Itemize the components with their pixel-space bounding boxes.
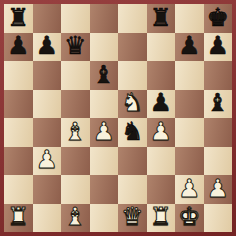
square-h7[interactable]: ♟ bbox=[204, 33, 233, 62]
square-b7[interactable]: ♟ bbox=[33, 33, 62, 62]
square-a4[interactable] bbox=[4, 118, 33, 147]
square-h3[interactable] bbox=[204, 147, 233, 176]
square-c8[interactable] bbox=[61, 4, 90, 33]
square-a3[interactable] bbox=[4, 147, 33, 176]
square-h2[interactable]: ♟ bbox=[204, 175, 233, 204]
square-h8[interactable]: ♚ bbox=[204, 4, 233, 33]
square-f8[interactable]: ♜ bbox=[147, 4, 176, 33]
square-b1[interactable] bbox=[33, 204, 62, 233]
square-d7[interactable] bbox=[90, 33, 119, 62]
square-g8[interactable] bbox=[175, 4, 204, 33]
piece-black-pawn[interactable]: ♟ bbox=[178, 33, 200, 58]
square-h5[interactable]: ♝ bbox=[204, 90, 233, 119]
square-g6[interactable] bbox=[175, 61, 204, 90]
square-b8[interactable] bbox=[33, 4, 62, 33]
piece-white-bishop[interactable]: ♝ bbox=[64, 204, 86, 229]
square-d2[interactable] bbox=[90, 175, 119, 204]
piece-black-bishop[interactable]: ♝ bbox=[93, 62, 115, 87]
square-c2[interactable] bbox=[61, 175, 90, 204]
square-g7[interactable]: ♟ bbox=[175, 33, 204, 62]
piece-black-pawn[interactable]: ♟ bbox=[36, 33, 58, 58]
piece-white-queen[interactable]: ♛ bbox=[121, 204, 143, 229]
square-f2[interactable] bbox=[147, 175, 176, 204]
piece-black-pawn[interactable]: ♟ bbox=[150, 90, 172, 115]
piece-black-pawn[interactable]: ♟ bbox=[7, 33, 29, 58]
square-a2[interactable] bbox=[4, 175, 33, 204]
square-h6[interactable] bbox=[204, 61, 233, 90]
square-a5[interactable] bbox=[4, 90, 33, 119]
square-b2[interactable] bbox=[33, 175, 62, 204]
square-b5[interactable] bbox=[33, 90, 62, 119]
square-f5[interactable]: ♟ bbox=[147, 90, 176, 119]
square-c5[interactable] bbox=[61, 90, 90, 119]
square-d1[interactable] bbox=[90, 204, 119, 233]
piece-white-knight[interactable]: ♞ bbox=[121, 90, 143, 115]
piece-white-pawn[interactable]: ♟ bbox=[93, 119, 115, 144]
square-a6[interactable] bbox=[4, 61, 33, 90]
square-d8[interactable] bbox=[90, 4, 119, 33]
piece-black-knight[interactable]: ♞ bbox=[121, 119, 143, 144]
square-c4[interactable]: ♝ bbox=[61, 118, 90, 147]
square-d4[interactable]: ♟ bbox=[90, 118, 119, 147]
square-c6[interactable] bbox=[61, 61, 90, 90]
square-d3[interactable] bbox=[90, 147, 119, 176]
piece-black-bishop[interactable]: ♝ bbox=[207, 90, 229, 115]
square-e5[interactable]: ♞ bbox=[118, 90, 147, 119]
piece-white-pawn[interactable]: ♟ bbox=[178, 176, 200, 201]
square-e8[interactable] bbox=[118, 4, 147, 33]
square-f4[interactable]: ♟ bbox=[147, 118, 176, 147]
square-a7[interactable]: ♟ bbox=[4, 33, 33, 62]
square-e6[interactable] bbox=[118, 61, 147, 90]
square-g3[interactable] bbox=[175, 147, 204, 176]
square-f1[interactable]: ♜ bbox=[147, 204, 176, 233]
square-a1[interactable]: ♜ bbox=[4, 204, 33, 233]
square-c3[interactable] bbox=[61, 147, 90, 176]
square-h1[interactable] bbox=[204, 204, 233, 233]
square-g4[interactable] bbox=[175, 118, 204, 147]
chess-board: ♜♜♚♟♟♛♟♟♝♞♟♝♝♟♞♟♟♟♟♜♝♛♜♚ bbox=[4, 4, 232, 232]
square-h4[interactable] bbox=[204, 118, 233, 147]
square-e3[interactable] bbox=[118, 147, 147, 176]
square-g1[interactable]: ♚ bbox=[175, 204, 204, 233]
piece-white-bishop[interactable]: ♝ bbox=[64, 119, 86, 144]
square-e7[interactable] bbox=[118, 33, 147, 62]
piece-white-pawn[interactable]: ♟ bbox=[150, 119, 172, 144]
square-c1[interactable]: ♝ bbox=[61, 204, 90, 233]
square-e2[interactable] bbox=[118, 175, 147, 204]
board-frame: ♜♜♚♟♟♛♟♟♝♞♟♝♝♟♞♟♟♟♟♜♝♛♜♚ bbox=[0, 0, 236, 236]
piece-white-pawn[interactable]: ♟ bbox=[207, 176, 229, 201]
square-b4[interactable] bbox=[33, 118, 62, 147]
square-d6[interactable]: ♝ bbox=[90, 61, 119, 90]
square-f7[interactable] bbox=[147, 33, 176, 62]
square-b3[interactable]: ♟ bbox=[33, 147, 62, 176]
piece-black-rook[interactable]: ♜ bbox=[150, 5, 172, 30]
piece-black-king[interactable]: ♚ bbox=[207, 5, 229, 30]
piece-black-pawn[interactable]: ♟ bbox=[207, 33, 229, 58]
piece-black-rook[interactable]: ♜ bbox=[7, 5, 29, 30]
piece-white-rook[interactable]: ♜ bbox=[150, 204, 172, 229]
square-d5[interactable] bbox=[90, 90, 119, 119]
piece-black-queen[interactable]: ♛ bbox=[64, 33, 86, 58]
square-g5[interactable] bbox=[175, 90, 204, 119]
square-b6[interactable] bbox=[33, 61, 62, 90]
square-e4[interactable]: ♞ bbox=[118, 118, 147, 147]
piece-white-king[interactable]: ♚ bbox=[178, 204, 200, 229]
square-g2[interactable]: ♟ bbox=[175, 175, 204, 204]
square-f6[interactable] bbox=[147, 61, 176, 90]
square-a8[interactable]: ♜ bbox=[4, 4, 33, 33]
square-c7[interactable]: ♛ bbox=[61, 33, 90, 62]
square-e1[interactable]: ♛ bbox=[118, 204, 147, 233]
piece-white-rook[interactable]: ♜ bbox=[7, 204, 29, 229]
piece-white-pawn[interactable]: ♟ bbox=[36, 147, 58, 172]
square-f3[interactable] bbox=[147, 147, 176, 176]
